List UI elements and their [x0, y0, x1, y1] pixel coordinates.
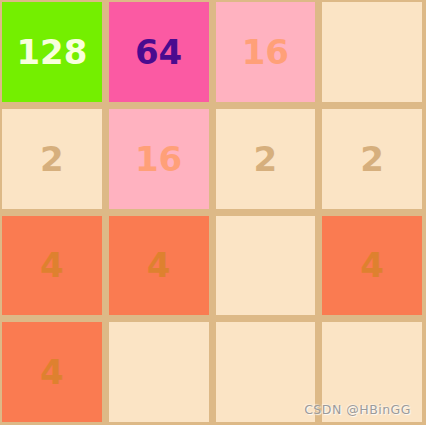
- tile-2: 2: [322, 109, 422, 209]
- tile-64: 64: [109, 2, 209, 102]
- empty-cell: [216, 216, 316, 316]
- tile-4: 4: [2, 216, 102, 316]
- empty-cell: [322, 322, 422, 422]
- empty-cell: [109, 322, 209, 422]
- tile-2: 2: [2, 109, 102, 209]
- tile-16: 16: [109, 109, 209, 209]
- empty-cell: [216, 322, 316, 422]
- tile-4: 4: [109, 216, 209, 316]
- tile-16: 16: [216, 2, 316, 102]
- tile-2: 2: [216, 109, 316, 209]
- tile-4: 4: [322, 216, 422, 316]
- tile-4: 4: [2, 322, 102, 422]
- 2048-board[interactable]: 1286416216224444CSDN @HBinGG: [0, 0, 426, 425]
- tile-128: 128: [2, 2, 102, 102]
- empty-cell: [322, 2, 422, 102]
